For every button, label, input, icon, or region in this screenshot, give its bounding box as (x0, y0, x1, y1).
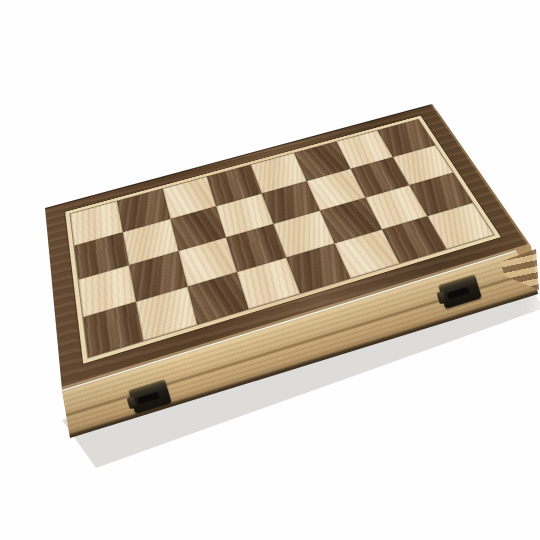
clasp-right-slot (447, 286, 470, 300)
clasp-left-slot (137, 391, 160, 405)
product-photo-chess-case (0, 0, 540, 540)
